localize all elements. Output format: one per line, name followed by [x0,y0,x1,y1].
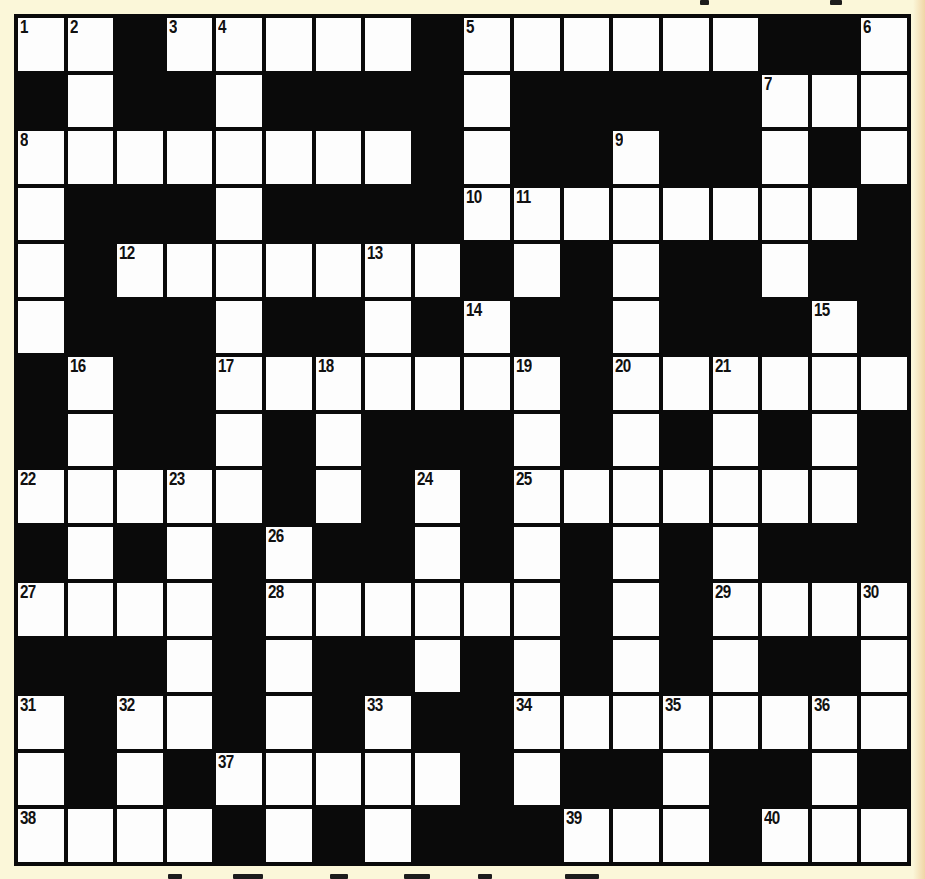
scan-artifact [330,874,348,879]
clue-number-20: 20 [615,356,630,376]
cell-r3c16[interactable] [762,131,808,184]
clue-number-32: 32 [119,695,134,715]
clue-number-38: 38 [20,808,35,828]
cell-r12c17-block [812,640,858,693]
cell-r3c7[interactable] [316,131,362,184]
cell-r4c13[interactable] [613,188,659,241]
cell-r13c10-block [464,696,510,749]
cell-r13c3[interactable]: 32 [117,696,163,749]
cell-r11c13[interactable] [613,583,659,636]
cell-r9c10-block [464,470,510,523]
cell-r15c8[interactable] [365,809,411,862]
page-edge-shading [913,0,925,879]
cell-r4c2-block [68,188,114,241]
cell-r3c13[interactable]: 9 [613,131,659,184]
cell-r1c1[interactable]: 1 [18,18,64,71]
cell-r10c13[interactable] [613,527,659,580]
clue-number-21: 21 [715,356,730,376]
cell-r9c4[interactable]: 23 [167,470,213,523]
cell-r2c9-block [415,75,461,128]
cell-r3c2[interactable] [68,131,114,184]
clue-number-23: 23 [169,469,184,489]
cell-r4c12[interactable] [564,188,610,241]
clue-number-8: 8 [20,130,28,150]
cell-r7c7[interactable]: 18 [316,357,362,410]
cell-r3c18[interactable] [861,131,907,184]
cell-r7c17[interactable] [812,357,858,410]
cell-r4c16[interactable] [762,188,808,241]
clue-number-36: 36 [814,695,829,715]
cell-r12c5-block [216,640,262,693]
cell-r1c16-block [762,18,808,71]
cell-r13c15[interactable] [713,696,759,749]
cell-r1c15[interactable] [713,18,759,71]
cell-r5c1[interactable] [18,244,64,297]
cell-r9c8-block [365,470,411,523]
cell-r4c7-block [316,188,362,241]
cell-r11c11[interactable] [514,583,560,636]
cell-r4c10[interactable]: 10 [464,188,510,241]
cell-r1c17-block [812,18,858,71]
cell-r9c12[interactable] [564,470,610,523]
cell-r6c14-block [663,301,709,354]
cell-r5c5[interactable] [216,244,262,297]
cell-r10c12-block [564,527,610,580]
cell-r15c6[interactable] [266,809,312,862]
cell-r2c6-block [266,75,312,128]
cell-r12c13[interactable] [613,640,659,693]
cell-r6c13[interactable] [613,301,659,354]
cell-r12c14-block [663,640,709,693]
cell-r12c3-block [117,640,163,693]
cell-r13c4[interactable] [167,696,213,749]
cell-r10c14-block [663,527,709,580]
cell-r8c14-block [663,414,709,467]
cell-r1c13[interactable] [613,18,659,71]
cell-r7c2[interactable]: 16 [68,357,114,410]
cell-r9c7[interactable] [316,470,362,523]
clue-number-12: 12 [119,243,134,263]
cell-r9c13[interactable] [613,470,659,523]
cell-r1c14[interactable] [663,18,709,71]
cell-r12c15[interactable] [713,640,759,693]
cell-r14c4-block [167,753,213,806]
cell-r13c5-block [216,696,262,749]
cell-r5c12-block [564,244,610,297]
cell-r14c3[interactable] [117,753,163,806]
cell-r13c14[interactable]: 35 [663,696,709,749]
cell-r12c11[interactable] [514,640,560,693]
cell-r6c1[interactable] [18,301,64,354]
cell-r5c2-block [68,244,114,297]
cell-r8c8-block [365,414,411,467]
cell-r11c8[interactable] [365,583,411,636]
cell-r2c17[interactable] [812,75,858,128]
cell-r13c8[interactable]: 33 [365,696,411,749]
clue-number-17: 17 [218,356,233,376]
cell-r8c3-block [117,414,163,467]
cell-r14c5[interactable]: 37 [216,753,262,806]
cell-r10c17-block [812,527,858,580]
cell-r12c6[interactable] [266,640,312,693]
cell-r3c4[interactable] [167,131,213,184]
cell-r15c9-block [415,809,461,862]
cell-r7c12-block [564,357,610,410]
cell-r4c11[interactable]: 11 [514,188,560,241]
clue-number-24: 24 [417,469,432,489]
cell-r2c18[interactable] [861,75,907,128]
cell-r1c7[interactable] [316,18,362,71]
cell-r10c4[interactable] [167,527,213,580]
cell-r13c13[interactable] [613,696,659,749]
cell-r8c16-block [762,414,808,467]
cell-r11c2[interactable] [68,583,114,636]
cell-r13c11[interactable]: 34 [514,696,560,749]
cell-r10c15[interactable] [713,527,759,580]
cell-r5c13[interactable] [613,244,659,297]
clue-number-19: 19 [516,356,531,376]
cell-r5c8[interactable]: 13 [365,244,411,297]
cell-r6c12-block [564,301,610,354]
clue-number-33: 33 [367,695,382,715]
cell-r15c7-block [316,809,362,862]
cell-r7c18[interactable] [861,357,907,410]
cell-r14c9[interactable] [415,753,461,806]
clue-number-35: 35 [665,695,680,715]
clue-number-13: 13 [367,243,382,263]
cell-r14c12-block [564,753,610,806]
cell-r12c8-block [365,640,411,693]
cell-r6c6-block [266,301,312,354]
cell-r2c5[interactable] [216,75,262,128]
cell-r3c11-block [514,131,560,184]
cell-r5c7[interactable] [316,244,362,297]
cell-r15c1[interactable]: 38 [18,809,64,862]
scan-artifact [404,874,430,879]
cell-r12c1-block [18,640,64,693]
scan-artifact [830,0,842,5]
cell-r4c6-block [266,188,312,241]
cell-r8c5[interactable] [216,414,262,467]
cell-r8c9-block [415,414,461,467]
cell-r10c9[interactable] [415,527,461,580]
cell-r15c5-block [216,809,262,862]
clue-number-11: 11 [516,187,530,207]
cell-r9c15[interactable] [713,470,759,523]
clue-number-18: 18 [318,356,333,376]
cell-r11c9[interactable] [415,583,461,636]
cell-r3c17-block [812,131,858,184]
cell-r1c4[interactable]: 3 [167,18,213,71]
clue-number-37: 37 [218,752,233,772]
cell-r10c16-block [762,527,808,580]
cell-r4c9-block [415,188,461,241]
cell-r12c16-block [762,640,808,693]
cell-r3c5[interactable] [216,131,262,184]
cell-r4c15[interactable] [713,188,759,241]
cell-r3c15-block [713,131,759,184]
clue-number-31: 31 [20,695,35,715]
cell-r6c18-block [861,301,907,354]
cell-r13c16[interactable] [762,696,808,749]
cell-r8c7[interactable] [316,414,362,467]
cell-r4c14[interactable] [663,188,709,241]
cell-r7c8[interactable] [365,357,411,410]
cell-r14c14[interactable] [663,753,709,806]
cell-r5c6[interactable] [266,244,312,297]
cell-r9c9[interactable]: 24 [415,470,461,523]
cell-r7c11[interactable]: 19 [514,357,560,410]
cell-r3c1[interactable]: 8 [18,131,64,184]
clue-number-26: 26 [268,526,283,546]
cell-r5c10-block [464,244,510,297]
cell-r7c15[interactable]: 21 [713,357,759,410]
clue-number-22: 22 [20,469,35,489]
clue-number-40: 40 [764,808,779,828]
clue-number-6: 6 [863,17,871,37]
cell-r9c2[interactable] [68,470,114,523]
cell-r8c6-block [266,414,312,467]
cell-r11c16[interactable] [762,583,808,636]
cell-r14c10-block [464,753,510,806]
cell-r6c3-block [117,301,163,354]
cell-r11c18[interactable]: 30 [861,583,907,636]
clue-number-9: 9 [615,130,623,150]
cell-r14c8[interactable] [365,753,411,806]
cell-r3c9-block [415,131,461,184]
cell-r7c5[interactable]: 17 [216,357,262,410]
cell-r9c3[interactable] [117,470,163,523]
cell-r14c6[interactable] [266,753,312,806]
cell-r10c6[interactable]: 26 [266,527,312,580]
cell-r3c10[interactable] [464,131,510,184]
cell-r11c14-block [663,583,709,636]
clue-number-29: 29 [715,582,730,602]
cell-r6c15-block [713,301,759,354]
cell-r5c17-block [812,244,858,297]
cell-r9c16[interactable] [762,470,808,523]
cell-r3c8[interactable] [365,131,411,184]
cell-r1c18[interactable]: 6 [861,18,907,71]
cell-r7c10[interactable] [464,357,510,410]
cell-r15c16[interactable]: 40 [762,809,808,862]
scan-artifact [233,874,263,879]
cell-r1c8[interactable] [365,18,411,71]
cell-r9c11[interactable]: 25 [514,470,560,523]
cell-r11c10[interactable] [464,583,510,636]
cell-r8c4-block [167,414,213,467]
cell-r7c9[interactable] [415,357,461,410]
cell-r6c16-block [762,301,808,354]
cell-r8c1-block [18,414,64,467]
cell-r10c18-block [861,527,907,580]
cell-r14c13-block [613,753,659,806]
cell-r7c16[interactable] [762,357,808,410]
cell-r6c9-block [415,301,461,354]
cell-r8c10-block [464,414,510,467]
cell-r4c4-block [167,188,213,241]
cell-r4c18-block [861,188,907,241]
cell-r5c3[interactable]: 12 [117,244,163,297]
cell-r15c14[interactable] [663,809,709,862]
cell-r1c11[interactable] [514,18,560,71]
clue-number-39: 39 [566,808,581,828]
cell-r6c4-block [167,301,213,354]
cell-r8c11[interactable] [514,414,560,467]
cell-r8c2[interactable] [68,414,114,467]
cell-r11c17[interactable] [812,583,858,636]
cell-r5c16[interactable] [762,244,808,297]
cell-r5c4[interactable] [167,244,213,297]
cell-r15c3[interactable] [117,809,163,862]
cell-r6c5[interactable] [216,301,262,354]
cell-r10c1-block [18,527,64,580]
crossword-grid: 1234567891011121314151617181920212223242… [14,14,911,866]
cell-r7c4-block [167,357,213,410]
cell-r12c18[interactable] [861,640,907,693]
cell-r9c17[interactable] [812,470,858,523]
cell-r15c4[interactable] [167,809,213,862]
cell-r2c14-block [663,75,709,128]
cell-r9c18-block [861,470,907,523]
clue-number-5: 5 [466,17,474,37]
cell-r14c18-block [861,753,907,806]
cell-r15c11-block [514,809,560,862]
cell-r6c2-block [68,301,114,354]
cell-r7c1-block [18,357,64,410]
cell-r15c13[interactable] [613,809,659,862]
cell-r10c7-block [316,527,362,580]
cell-r13c1[interactable]: 31 [18,696,64,749]
cell-r4c17[interactable] [812,188,858,241]
cell-r13c18[interactable] [861,696,907,749]
cell-r9c5[interactable] [216,470,262,523]
scan-artifact [565,874,599,879]
cell-r1c2[interactable]: 2 [68,18,114,71]
clue-number-25: 25 [516,469,531,489]
cell-r14c16-block [762,753,808,806]
cell-r12c2-block [68,640,114,693]
cell-r10c5-block [216,527,262,580]
cell-r15c12[interactable]: 39 [564,809,610,862]
cell-r3c14-block [663,131,709,184]
scan-artifact [700,0,709,5]
cell-r10c2[interactable] [68,527,114,580]
cell-r2c10[interactable] [464,75,510,128]
cell-r11c7[interactable] [316,583,362,636]
cell-r11c15[interactable]: 29 [713,583,759,636]
cell-r7c3-block [117,357,163,410]
cell-r15c2[interactable] [68,809,114,862]
cell-r13c17[interactable]: 36 [812,696,858,749]
cell-r15c18[interactable] [861,809,907,862]
cell-r5c15-block [713,244,759,297]
cell-r11c3[interactable] [117,583,163,636]
cell-r5c9[interactable] [415,244,461,297]
cell-r12c10-block [464,640,510,693]
cell-r3c6[interactable] [266,131,312,184]
clue-number-4: 4 [218,17,226,37]
clue-number-14: 14 [466,300,481,320]
cell-r2c16[interactable]: 7 [762,75,808,128]
cell-r13c7-block [316,696,362,749]
clue-number-16: 16 [70,356,85,376]
cell-r2c7-block [316,75,362,128]
cell-r11c1[interactable]: 27 [18,583,64,636]
cell-r8c12-block [564,414,610,467]
cell-r10c8-block [365,527,411,580]
cell-r3c3[interactable] [117,131,163,184]
cell-r10c3-block [117,527,163,580]
puzzle-page: 1234567891011121314151617181920212223242… [0,0,925,879]
clue-number-3: 3 [169,17,177,37]
cell-r11c6[interactable]: 28 [266,583,312,636]
cell-r15c15-block [713,809,759,862]
cell-r8c13[interactable] [613,414,659,467]
cell-r15c10-block [464,809,510,862]
cell-r14c17[interactable] [812,753,858,806]
cell-r15c17[interactable] [812,809,858,862]
cell-r1c3-block [117,18,163,71]
cell-r1c12[interactable] [564,18,610,71]
cell-r6c8[interactable] [365,301,411,354]
cell-r8c15[interactable] [713,414,759,467]
cell-r4c3-block [117,188,163,241]
cell-r11c12-block [564,583,610,636]
cell-r5c14-block [663,244,709,297]
cell-r4c1[interactable] [18,188,64,241]
cell-r5c11[interactable] [514,244,560,297]
cell-r2c1-block [18,75,64,128]
cell-r6c17[interactable]: 15 [812,301,858,354]
cell-r13c6[interactable] [266,696,312,749]
cell-r12c9[interactable] [415,640,461,693]
clue-number-34: 34 [516,695,531,715]
cell-r6c7-block [316,301,362,354]
cell-r7c6[interactable] [266,357,312,410]
cell-r4c5[interactable] [216,188,262,241]
cell-r11c5-block [216,583,262,636]
cell-r14c2-block [68,753,114,806]
cell-r12c4[interactable] [167,640,213,693]
cell-r11c4[interactable] [167,583,213,636]
cell-r6c10[interactable]: 14 [464,301,510,354]
cell-r9c14[interactable] [663,470,709,523]
cell-r9c1[interactable]: 22 [18,470,64,523]
cell-r1c5[interactable]: 4 [216,18,262,71]
cell-r13c2-block [68,696,114,749]
cell-r7c13[interactable]: 20 [613,357,659,410]
cell-r1c6[interactable] [266,18,312,71]
clue-number-28: 28 [268,582,283,602]
cell-r8c17[interactable] [812,414,858,467]
cell-r13c12[interactable] [564,696,610,749]
cell-r14c7[interactable] [316,753,362,806]
cell-r2c8-block [365,75,411,128]
clue-number-30: 30 [863,582,878,602]
cell-r12c7-block [316,640,362,693]
clue-number-15: 15 [814,300,829,320]
cell-r10c11[interactable] [514,527,560,580]
cell-r14c1[interactable] [18,753,64,806]
cell-r7c14[interactable] [663,357,709,410]
cell-r1c10[interactable]: 5 [464,18,510,71]
cell-r14c11[interactable] [514,753,560,806]
cell-r2c2[interactable] [68,75,114,128]
cell-r10c10-block [464,527,510,580]
cell-r12c12-block [564,640,610,693]
cell-r2c4-block [167,75,213,128]
